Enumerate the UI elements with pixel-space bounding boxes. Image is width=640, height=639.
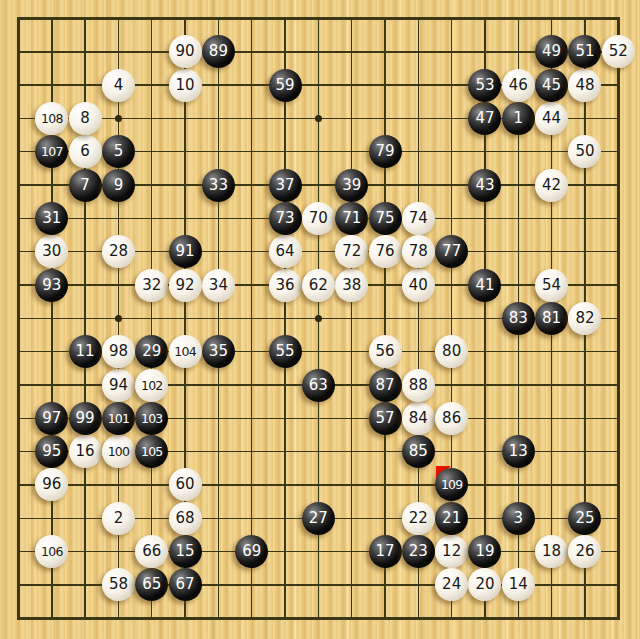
- stone-15-black[interactable]: 15: [169, 535, 202, 568]
- stone-79-black[interactable]: 79: [369, 135, 402, 168]
- stone-90-white[interactable]: 90: [169, 35, 202, 68]
- stone-62-white[interactable]: 62: [302, 269, 335, 302]
- stone-55-black[interactable]: 55: [269, 335, 302, 368]
- stone-32-white[interactable]: 32: [135, 269, 168, 302]
- stone-103-black[interactable]: 103: [135, 402, 168, 435]
- stone-33-black[interactable]: 33: [202, 169, 235, 202]
- stone-22-white[interactable]: 22: [402, 502, 435, 535]
- stone-67-black[interactable]: 67: [169, 568, 202, 601]
- stone-34-white[interactable]: 34: [202, 269, 235, 302]
- stone-105-black[interactable]: 105: [135, 435, 168, 468]
- stone-37-black[interactable]: 37: [269, 169, 302, 202]
- stone-86-white[interactable]: 86: [435, 402, 468, 435]
- stone-6-white[interactable]: 6: [69, 135, 102, 168]
- stone-14-white[interactable]: 14: [502, 568, 535, 601]
- stone-4-white[interactable]: 4: [102, 69, 135, 102]
- stone-109-black[interactable]: 109: [435, 468, 468, 501]
- stone-5-black[interactable]: 5: [102, 135, 135, 168]
- stone-19-black[interactable]: 19: [468, 535, 501, 568]
- stone-54-white[interactable]: 54: [535, 269, 568, 302]
- stone-35-black[interactable]: 35: [202, 335, 235, 368]
- stone-77-black[interactable]: 77: [435, 235, 468, 268]
- stone-87-black[interactable]: 87: [369, 369, 402, 402]
- stone-99-black[interactable]: 99: [69, 402, 102, 435]
- stone-36-white[interactable]: 36: [269, 269, 302, 302]
- grid-line-v: [617, 17, 620, 619]
- stone-80-white[interactable]: 80: [435, 335, 468, 368]
- stone-9-black[interactable]: 9: [102, 169, 135, 202]
- stone-8-white[interactable]: 8: [69, 102, 102, 135]
- star-point: [115, 315, 122, 322]
- stone-64-white[interactable]: 64: [269, 235, 302, 268]
- stone-20-white[interactable]: 20: [468, 568, 501, 601]
- stone-78-white[interactable]: 78: [402, 235, 435, 268]
- stone-93-black[interactable]: 93: [35, 269, 68, 302]
- stone-92-white[interactable]: 92: [169, 269, 202, 302]
- grid-line-v: [384, 17, 385, 619]
- grid-line-h: [17, 551, 619, 552]
- stone-74-white[interactable]: 74: [402, 202, 435, 235]
- stone-11-black[interactable]: 11: [69, 335, 102, 368]
- go-board[interactable]: 1234567891011121314151617181920212223242…: [0, 0, 640, 639]
- stone-47-black[interactable]: 47: [468, 102, 501, 135]
- stone-40-white[interactable]: 40: [402, 269, 435, 302]
- stone-18-white[interactable]: 18: [535, 535, 568, 568]
- stone-49-black[interactable]: 49: [535, 35, 568, 68]
- stone-52-white[interactable]: 52: [602, 35, 635, 68]
- stone-42-white[interactable]: 42: [535, 169, 568, 202]
- stone-73-black[interactable]: 73: [269, 202, 302, 235]
- grid-line-v: [351, 17, 352, 619]
- star-point: [315, 315, 322, 322]
- stone-97-black[interactable]: 97: [35, 402, 68, 435]
- stone-45-black[interactable]: 45: [535, 69, 568, 102]
- stone-58-white[interactable]: 58: [102, 568, 135, 601]
- stone-63-black[interactable]: 63: [302, 369, 335, 402]
- stone-94-white[interactable]: 94: [102, 369, 135, 402]
- stone-21-black[interactable]: 21: [435, 502, 468, 535]
- stone-7-black[interactable]: 7: [69, 169, 102, 202]
- stone-69-black[interactable]: 69: [235, 535, 268, 568]
- stone-13-black[interactable]: 13: [502, 435, 535, 468]
- stone-17-black[interactable]: 17: [369, 535, 402, 568]
- stone-82-white[interactable]: 82: [568, 302, 601, 335]
- stone-27-black[interactable]: 27: [302, 502, 335, 535]
- stone-26-white[interactable]: 26: [568, 535, 601, 568]
- stone-88-white[interactable]: 88: [402, 369, 435, 402]
- stone-28-white[interactable]: 28: [102, 235, 135, 268]
- stone-76-white[interactable]: 76: [369, 235, 402, 268]
- stone-72-white[interactable]: 72: [335, 235, 368, 268]
- stone-25-black[interactable]: 25: [568, 502, 601, 535]
- stone-38-white[interactable]: 38: [335, 269, 368, 302]
- star-point: [115, 115, 122, 122]
- stone-71-black[interactable]: 71: [335, 202, 368, 235]
- stone-106-white[interactable]: 106: [35, 535, 68, 568]
- stone-65-black[interactable]: 65: [135, 568, 168, 601]
- grid-line-h: [17, 484, 619, 485]
- stone-100-white[interactable]: 100: [102, 435, 135, 468]
- stone-81-black[interactable]: 81: [535, 302, 568, 335]
- stone-29-black[interactable]: 29: [135, 335, 168, 368]
- stone-66-white[interactable]: 66: [135, 535, 168, 568]
- stone-57-black[interactable]: 57: [369, 402, 402, 435]
- stone-44-white[interactable]: 44: [535, 102, 568, 135]
- stone-31-black[interactable]: 31: [35, 202, 68, 235]
- stone-101-black[interactable]: 101: [102, 402, 135, 435]
- stone-104-white[interactable]: 104: [169, 335, 202, 368]
- stone-12-white[interactable]: 12: [435, 535, 468, 568]
- stone-50-white[interactable]: 50: [568, 135, 601, 168]
- stone-75-black[interactable]: 75: [369, 202, 402, 235]
- stone-59-black[interactable]: 59: [269, 69, 302, 102]
- grid-line-h: [17, 617, 619, 620]
- stone-3-black[interactable]: 3: [502, 502, 535, 535]
- stone-2-white[interactable]: 2: [102, 502, 135, 535]
- stone-95-black[interactable]: 95: [35, 435, 68, 468]
- stone-16-white[interactable]: 16: [69, 435, 102, 468]
- stone-10-white[interactable]: 10: [169, 69, 202, 102]
- stone-89-black[interactable]: 89: [202, 35, 235, 68]
- stone-41-black[interactable]: 41: [468, 269, 501, 302]
- stone-30-white[interactable]: 30: [35, 235, 68, 268]
- stone-91-black[interactable]: 91: [169, 235, 202, 268]
- stone-46-white[interactable]: 46: [502, 69, 535, 102]
- stone-51-black[interactable]: 51: [568, 35, 601, 68]
- stone-23-black[interactable]: 23: [402, 535, 435, 568]
- stone-102-white[interactable]: 102: [135, 369, 168, 402]
- stone-98-white[interactable]: 98: [102, 335, 135, 368]
- stone-85-black[interactable]: 85: [402, 435, 435, 468]
- stone-60-white[interactable]: 60: [169, 468, 202, 501]
- stone-70-white[interactable]: 70: [302, 202, 335, 235]
- stone-107-black[interactable]: 107: [35, 135, 68, 168]
- stone-1-black[interactable]: 1: [502, 102, 535, 135]
- stone-39-black[interactable]: 39: [335, 169, 368, 202]
- stone-96-white[interactable]: 96: [35, 468, 68, 501]
- stone-53-black[interactable]: 53: [468, 69, 501, 102]
- stone-24-white[interactable]: 24: [435, 568, 468, 601]
- stone-48-white[interactable]: 48: [568, 69, 601, 102]
- star-point: [315, 115, 322, 122]
- stone-108-white[interactable]: 108: [35, 102, 68, 135]
- stone-56-white[interactable]: 56: [369, 335, 402, 368]
- stone-84-white[interactable]: 84: [402, 402, 435, 435]
- stone-68-white[interactable]: 68: [169, 502, 202, 535]
- stone-83-black[interactable]: 83: [502, 302, 535, 335]
- stone-43-black[interactable]: 43: [468, 169, 501, 202]
